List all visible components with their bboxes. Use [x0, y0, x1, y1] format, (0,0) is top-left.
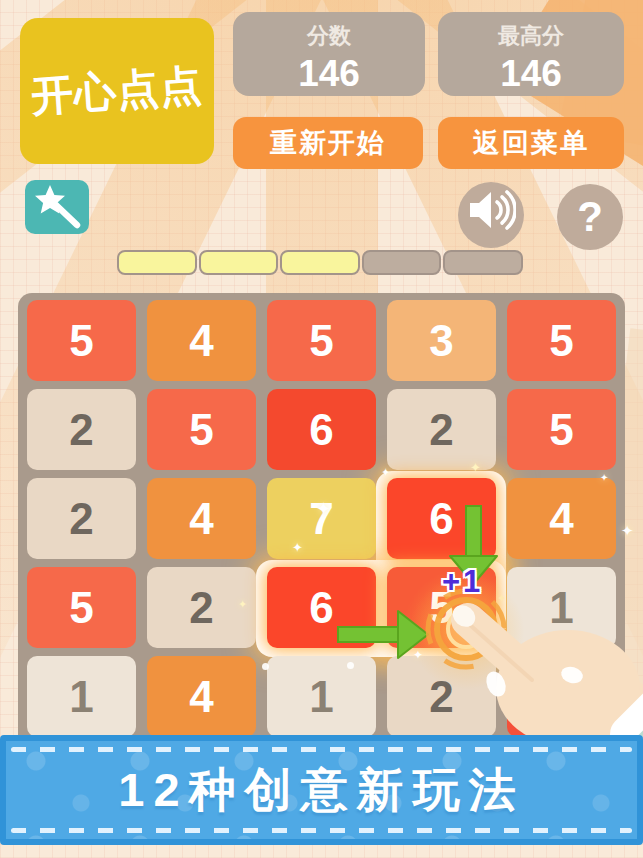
level-progress-bar — [117, 250, 523, 275]
best-score-value: 146 — [438, 53, 624, 95]
tile-grid: 545352562524764526511412 — [18, 293, 625, 755]
tile-r5c4[interactable]: 2 — [387, 656, 496, 737]
tile-r2c5[interactable]: 5 — [507, 389, 616, 470]
game-title: 开心点点 — [29, 57, 204, 125]
tile-r3c3[interactable]: 7 — [267, 478, 376, 559]
tile-r3c5[interactable]: 4 — [507, 478, 616, 559]
magic-wand-button[interactable] — [25, 180, 89, 234]
tile-r3c2[interactable]: 4 — [147, 478, 256, 559]
tile-r2c2[interactable]: 5 — [147, 389, 256, 470]
tile-r5c5[interactable] — [507, 656, 616, 737]
tile-r2c3[interactable]: 6 — [267, 389, 376, 470]
best-score-badge: 最高分 146 — [438, 12, 624, 96]
score-label: 分数 — [233, 21, 425, 51]
tile-r4c3[interactable]: 6 — [267, 567, 376, 648]
tile-r1c1[interactable]: 5 — [27, 300, 136, 381]
back-to-menu-button[interactable]: 返回菜单 — [438, 117, 624, 169]
tile-r1c5[interactable]: 5 — [507, 300, 616, 381]
progress-segment — [443, 250, 523, 275]
tile-r3c4[interactable]: 6 — [387, 478, 496, 559]
tile-r1c4[interactable]: 3 — [387, 300, 496, 381]
help-button[interactable]: ? — [557, 184, 623, 250]
tile-r4c2[interactable]: 2 — [147, 567, 256, 648]
restart-button[interactable]: 重新开始 — [233, 117, 423, 169]
banner-stitch — [11, 747, 632, 752]
score-badge: 分数 146 — [233, 12, 425, 96]
tile-r5c1[interactable]: 1 — [27, 656, 136, 737]
game-board: 545352562524764526511412 — [18, 293, 625, 755]
tile-r1c3[interactable]: 5 — [267, 300, 376, 381]
promo-banner: 12种创意新玩法 — [0, 735, 643, 845]
tile-r4c1[interactable]: 5 — [27, 567, 136, 648]
banner-stitch — [11, 828, 632, 833]
sound-button[interactable] — [458, 182, 524, 248]
progress-segment — [117, 250, 197, 275]
tile-r2c1[interactable]: 2 — [27, 389, 136, 470]
speaker-icon — [466, 186, 516, 244]
tile-r1c2[interactable]: 4 — [147, 300, 256, 381]
back-to-menu-label: 返回菜单 — [473, 125, 589, 161]
promo-banner-text: 12种创意新玩法 — [118, 759, 524, 822]
tile-r3c1[interactable]: 2 — [27, 478, 136, 559]
progress-segment — [199, 250, 279, 275]
tile-r2c4[interactable]: 2 — [387, 389, 496, 470]
tile-r4c4[interactable]: 5 — [387, 567, 496, 648]
score-value: 146 — [233, 53, 425, 95]
game-title-badge: 开心点点 — [20, 18, 214, 164]
tile-r4c5[interactable]: 1 — [507, 567, 616, 648]
tile-r5c3[interactable]: 1 — [267, 656, 376, 737]
question-mark-label: ? — [577, 193, 603, 241]
progress-segment — [362, 250, 442, 275]
progress-segment — [280, 250, 360, 275]
magic-wand-icon — [30, 183, 84, 232]
tile-r5c2[interactable]: 4 — [147, 656, 256, 737]
best-score-label: 最高分 — [438, 21, 624, 51]
restart-button-label: 重新开始 — [270, 125, 386, 161]
